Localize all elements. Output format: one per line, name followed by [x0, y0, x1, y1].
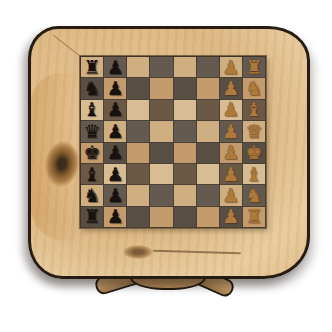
- square: ♝: [81, 100, 103, 120]
- piece-white-pawn: ♟: [222, 143, 239, 162]
- piece-white-pawn: ♟: [222, 79, 239, 98]
- piece-black-rook: ♜: [84, 207, 101, 226]
- square: ♚: [243, 143, 265, 163]
- piece-white-pawn: ♟: [222, 207, 239, 226]
- square: ♟: [104, 164, 126, 184]
- wood-crack: [153, 250, 241, 254]
- square: [127, 185, 149, 205]
- piece-black-pawn: ♟: [107, 100, 124, 119]
- square: [174, 207, 196, 227]
- square: [197, 121, 219, 141]
- square: [127, 78, 149, 98]
- piece-white-pawn: ♟: [222, 58, 239, 77]
- square: ♛: [243, 121, 265, 141]
- piece-black-pawn: ♟: [107, 186, 124, 205]
- piece-black-pawn: ♟: [107, 143, 124, 162]
- piece-black-pawn: ♟: [107, 58, 124, 77]
- square: [174, 121, 196, 141]
- piece-black-queen: ♛: [84, 122, 101, 141]
- piece-white-king: ♚: [245, 143, 262, 162]
- square: ♟: [220, 164, 242, 184]
- piece-white-pawn: ♟: [222, 165, 239, 184]
- square: [197, 100, 219, 120]
- square: [150, 100, 172, 120]
- piece-white-pawn: ♟: [222, 186, 239, 205]
- square: ♟: [104, 78, 126, 98]
- square: ♝: [81, 164, 103, 184]
- scene: ♜♟♟♜♞♟♟♞♝♟♟♝♛♟♟♛♚♟♟♚♝♟♟♝♞♟♟♞♜♟♟♜: [0, 0, 332, 332]
- square: [150, 57, 172, 77]
- square: ♚: [81, 143, 103, 163]
- square: ♟: [104, 57, 126, 77]
- square: [150, 143, 172, 163]
- piece-white-rook: ♜: [245, 207, 262, 226]
- square: [197, 185, 219, 205]
- square: [174, 143, 196, 163]
- piece-black-knight: ♞: [84, 186, 101, 205]
- square: ♟: [220, 57, 242, 77]
- square: [150, 78, 172, 98]
- square: ♟: [220, 100, 242, 120]
- square: ♞: [243, 185, 265, 205]
- square: [127, 121, 149, 141]
- wood-knot-small: [123, 245, 153, 259]
- wood-knot: [42, 139, 82, 189]
- square: [197, 78, 219, 98]
- piece-white-bishop: ♝: [245, 165, 262, 184]
- square: ♞: [81, 185, 103, 205]
- square: [150, 121, 172, 141]
- square: ♟: [220, 78, 242, 98]
- square: [197, 57, 219, 77]
- square: [174, 164, 196, 184]
- square: [127, 143, 149, 163]
- square: ♟: [220, 143, 242, 163]
- square: [197, 143, 219, 163]
- square: ♝: [243, 100, 265, 120]
- square: ♟: [220, 121, 242, 141]
- square: ♟: [104, 185, 126, 205]
- square: ♟: [220, 185, 242, 205]
- piece-black-knight: ♞: [84, 79, 101, 98]
- square: ♟: [104, 121, 126, 141]
- square: ♟: [220, 207, 242, 227]
- piece-black-pawn: ♟: [107, 165, 124, 184]
- square: ♟: [104, 100, 126, 120]
- square: ♞: [81, 78, 103, 98]
- piece-black-pawn: ♟: [107, 207, 124, 226]
- piece-white-pawn: ♟: [222, 122, 239, 141]
- piece-white-pawn: ♟: [222, 100, 239, 119]
- square: ♜: [243, 207, 265, 227]
- square: [174, 100, 196, 120]
- square: [197, 164, 219, 184]
- piece-black-king: ♚: [84, 143, 101, 162]
- square: [127, 207, 149, 227]
- piece-black-pawn: ♟: [107, 122, 124, 141]
- piece-black-bishop: ♝: [84, 165, 101, 184]
- square: ♜: [243, 57, 265, 77]
- piece-white-knight: ♞: [245, 79, 262, 98]
- square: ♟: [104, 207, 126, 227]
- piece-black-rook: ♜: [84, 58, 101, 77]
- square: ♜: [81, 57, 103, 77]
- piece-white-queen: ♛: [245, 122, 262, 141]
- square: [150, 207, 172, 227]
- square: ♞: [243, 78, 265, 98]
- piece-black-bishop: ♝: [84, 100, 101, 119]
- table-top: ♜♟♟♜♞♟♟♞♝♟♟♝♛♟♟♛♚♟♟♚♝♟♟♝♞♟♟♞♜♟♟♜: [28, 26, 310, 279]
- square: [150, 185, 172, 205]
- piece-black-pawn: ♟: [107, 79, 124, 98]
- square: [127, 57, 149, 77]
- square: [174, 185, 196, 205]
- square: [127, 100, 149, 120]
- chess-board: ♜♟♟♜♞♟♟♞♝♟♟♝♛♟♟♛♚♟♟♚♝♟♟♝♞♟♟♞♜♟♟♜: [80, 56, 266, 228]
- square: ♟: [104, 143, 126, 163]
- square: [127, 164, 149, 184]
- piece-white-rook: ♜: [245, 58, 262, 77]
- square: [174, 78, 196, 98]
- piece-white-knight: ♞: [245, 186, 262, 205]
- piece-white-bishop: ♝: [245, 100, 262, 119]
- square: ♛: [81, 121, 103, 141]
- square: [197, 207, 219, 227]
- square: [174, 57, 196, 77]
- square: ♜: [81, 207, 103, 227]
- square: [150, 164, 172, 184]
- square: ♝: [243, 164, 265, 184]
